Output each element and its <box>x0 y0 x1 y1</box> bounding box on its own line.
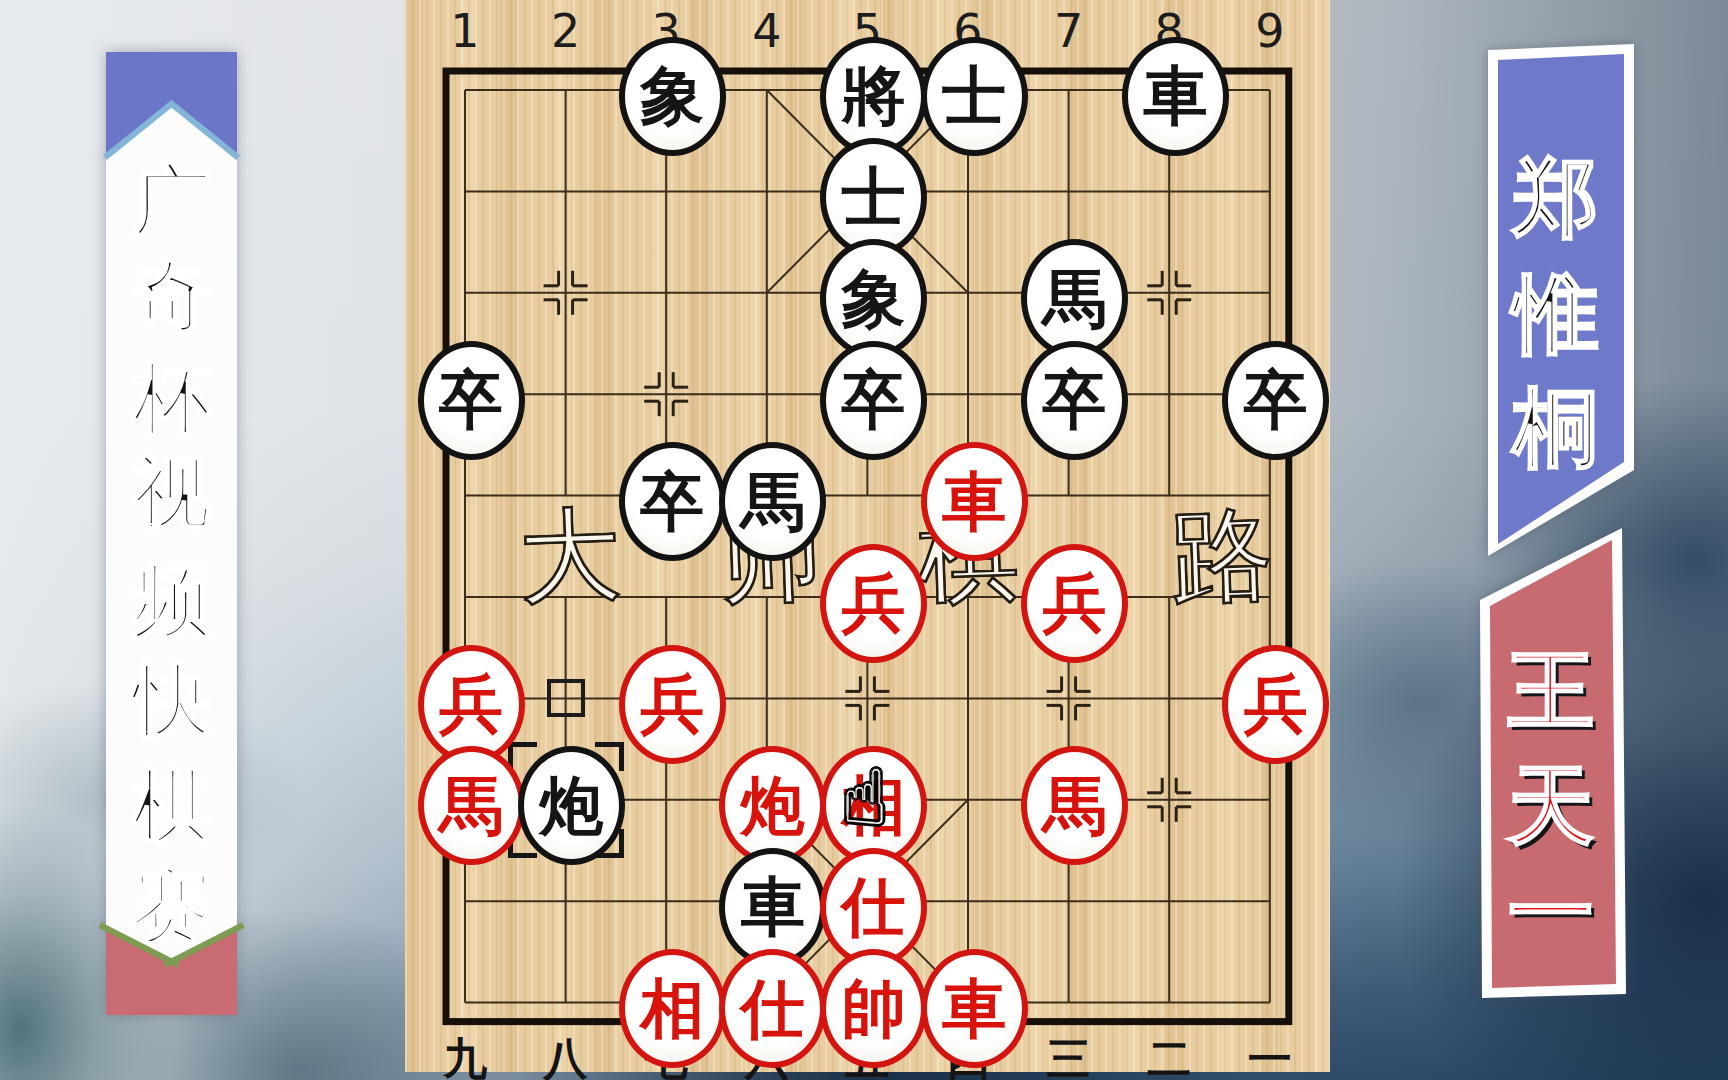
piece-red-advisor[interactable]: 仕 <box>719 949 826 1068</box>
piece-glyph: 兵 <box>439 672 503 736</box>
piece-glyph: 車 <box>942 470 1006 534</box>
piece-glyph: 馬 <box>1043 774 1107 838</box>
piece-glyph: 卒 <box>841 368 905 432</box>
piece-glyph: 仕 <box>841 875 905 939</box>
piece-glyph: 馬 <box>1043 267 1107 331</box>
piece-red-horse[interactable]: 馬 <box>418 746 525 865</box>
piece-red-soldier[interactable]: 兵 <box>820 544 927 663</box>
piece-glyph: 車 <box>1143 64 1207 128</box>
piece-glyph: 卒 <box>640 470 704 534</box>
piece-red-soldier[interactable]: 兵 <box>1021 544 1128 663</box>
board-column-label-bottom: 一 <box>1235 1030 1305 1080</box>
piece-glyph: 象 <box>841 267 905 331</box>
event-title-char: 快 <box>106 657 237 743</box>
event-title-char: 杯 <box>106 355 237 441</box>
board-column-label-top: 2 <box>536 4 596 58</box>
event-title-char: 奇 <box>106 252 237 338</box>
piece-black-soldier[interactable]: 卒 <box>820 341 927 460</box>
piece-red-soldier[interactable]: 兵 <box>619 645 726 764</box>
board-column-label-bottom: 二 <box>1134 1030 1204 1080</box>
board-column-label-bottom: 三 <box>1034 1030 1104 1080</box>
piece-black-soldier[interactable]: 卒 <box>418 341 525 460</box>
piece-glyph: 兵 <box>1043 571 1107 635</box>
piece-red-soldier[interactable]: 兵 <box>1222 645 1329 764</box>
player-red-name-char: 一 <box>1478 864 1624 960</box>
player-red-name-char: 王 <box>1478 642 1624 738</box>
event-title-char: 广 <box>106 157 237 243</box>
piece-glyph: 帥 <box>841 977 905 1041</box>
piece-glyph: 炮 <box>741 774 805 838</box>
piece-glyph: 兵 <box>640 672 704 736</box>
piece-glyph: 士 <box>841 165 905 229</box>
screenshot-stage: 123456789九八七六五四三二一大师棋路象將士車士象馬卒卒卒卒卒馬車兵兵兵兵… <box>0 0 1728 1080</box>
player-black-name-char: 郑 <box>1483 149 1629 245</box>
piece-glyph: 炮 <box>540 774 604 838</box>
piece-black-cannon[interactable]: 炮 <box>518 746 625 865</box>
piece-glyph: 卒 <box>1043 368 1107 432</box>
piece-glyph: 將 <box>841 64 905 128</box>
event-title-char: 频 <box>106 557 237 643</box>
board-column-label-top: 7 <box>1039 4 1099 58</box>
player-black-name-char: 桐 <box>1483 379 1629 475</box>
event-title-char: 赛 <box>106 862 237 948</box>
last-move-from-marker <box>547 679 585 717</box>
piece-glyph: 仕 <box>741 977 805 1041</box>
piece-black-elephant[interactable]: 象 <box>619 37 726 156</box>
piece-glyph: 卒 <box>439 368 503 432</box>
piece-glyph: 兵 <box>1244 672 1308 736</box>
river-watermark-text: 路 <box>1155 492 1289 620</box>
player-banner-red: 王天一 <box>1478 524 1628 1000</box>
piece-glyph: 馬 <box>439 774 503 838</box>
piece-red-elephant[interactable]: 相 <box>619 949 726 1068</box>
piece-red-horse[interactable]: 馬 <box>1021 746 1128 865</box>
piece-red-king[interactable]: 帥 <box>820 949 927 1068</box>
piece-glyph: 兵 <box>841 571 905 635</box>
event-title-char: 棋 <box>106 762 237 848</box>
piece-black-soldier[interactable]: 卒 <box>619 442 726 561</box>
piece-black-soldier[interactable]: 卒 <box>1021 341 1128 460</box>
piece-glyph: 相 <box>640 977 704 1041</box>
river-watermark-text: 大 <box>503 492 637 620</box>
piece-glyph: 車 <box>942 977 1006 1041</box>
piece-glyph: 象 <box>640 64 704 128</box>
board-column-label-bottom: 八 <box>531 1030 601 1080</box>
board-column-label-top: 1 <box>435 4 495 58</box>
board-column-label-bottom: 九 <box>430 1030 500 1080</box>
player-banner-black: 郑惟桐 <box>1488 44 1634 560</box>
piece-red-chariot[interactable]: 車 <box>921 949 1028 1068</box>
board-column-label-top: 9 <box>1240 4 1300 58</box>
piece-glyph: 車 <box>741 875 805 939</box>
piece-black-soldier[interactable]: 卒 <box>1222 341 1329 460</box>
piece-black-advisor[interactable]: 士 <box>921 37 1028 156</box>
event-ribbon: 广奇杯视频快棋赛 <box>106 52 237 1015</box>
piece-black-chariot[interactable]: 車 <box>1122 37 1229 156</box>
piece-black-horse[interactable]: 馬 <box>719 442 826 561</box>
piece-glyph: 馬 <box>741 470 805 534</box>
piece-glyph: 士 <box>942 64 1006 128</box>
hand-cursor-icon: ☝ <box>841 760 887 836</box>
piece-red-chariot[interactable]: 車 <box>921 442 1028 561</box>
player-black-name-char: 惟 <box>1483 266 1629 362</box>
event-title-char: 视 <box>106 449 237 535</box>
board-column-label-top: 4 <box>737 4 797 58</box>
piece-glyph: 卒 <box>1244 368 1308 432</box>
player-red-name-char: 天 <box>1478 757 1624 853</box>
